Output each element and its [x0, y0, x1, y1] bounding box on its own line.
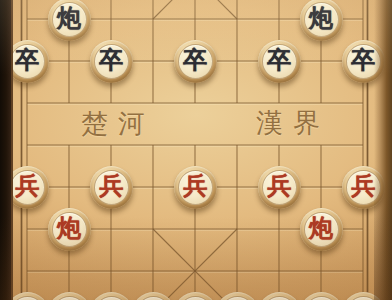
piece-character: 炮	[57, 216, 81, 240]
piece-face: 卒	[94, 44, 129, 79]
piece-character: 兵	[99, 174, 123, 198]
piece-face: 兵	[262, 170, 297, 205]
black-soldier[interactable]: 卒	[90, 40, 133, 83]
piece-character: 卒	[351, 48, 375, 72]
red-soldier[interactable]: 兵	[90, 166, 133, 209]
piece-face: 卒	[262, 44, 297, 79]
piece-face: 炮	[52, 2, 87, 37]
black-soldier[interactable]: 卒	[258, 40, 301, 83]
piece-character: 炮	[57, 6, 81, 30]
piece-character: 兵	[15, 174, 39, 198]
red-soldier[interactable]: 兵	[174, 166, 217, 209]
piece-character: 炮	[309, 216, 333, 240]
red-cannon[interactable]: 炮	[300, 208, 343, 251]
piece-face	[220, 296, 255, 300]
piece-face: 炮	[52, 212, 87, 247]
piece-face	[136, 296, 171, 300]
piece-face	[262, 296, 297, 300]
screen-edge-left-bar	[0, 0, 13, 300]
piece-character: 卒	[15, 48, 39, 72]
river-label-left: 楚河	[81, 106, 155, 142]
piece-face: 卒	[178, 44, 213, 79]
piece-character: 卒	[267, 48, 291, 72]
red-cannon[interactable]: 炮	[48, 208, 91, 251]
piece-face	[52, 296, 87, 300]
piece-face: 卒	[10, 44, 45, 79]
river-label-right: 漢界	[256, 105, 330, 141]
black-cannon[interactable]: 炮	[300, 0, 343, 41]
piece-face: 兵	[178, 170, 213, 205]
board-edge-shadow-right	[374, 0, 392, 300]
piece-character: 兵	[183, 174, 207, 198]
piece-character: 兵	[351, 174, 375, 198]
piece-face	[94, 296, 129, 300]
piece-face: 炮	[304, 2, 339, 37]
piece-character: 卒	[183, 48, 207, 72]
piece-character: 兵	[267, 174, 291, 198]
red-soldier[interactable]: 兵	[258, 166, 301, 209]
piece-character: 炮	[309, 6, 333, 30]
piece-face	[304, 296, 339, 300]
xiangqi-board: 楚河 漢界 炮炮卒卒卒卒卒兵兵兵兵兵炮炮	[0, 0, 392, 300]
piece-face: 炮	[304, 212, 339, 247]
black-cannon[interactable]: 炮	[48, 0, 91, 41]
black-soldier[interactable]: 卒	[174, 40, 217, 83]
piece-face: 兵	[10, 170, 45, 205]
piece-face: 兵	[94, 170, 129, 205]
piece-character: 卒	[99, 48, 123, 72]
piece-face	[178, 296, 213, 300]
piece-face	[10, 296, 45, 300]
